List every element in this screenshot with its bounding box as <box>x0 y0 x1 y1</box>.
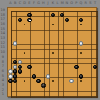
coord-label-top: D <box>23 2 27 6</box>
coord-label-top: L <box>56 2 60 6</box>
coord-label-top: K <box>51 2 55 6</box>
coord-label-left: 19 <box>0 9 6 13</box>
last-move-marker <box>29 20 31 22</box>
white-stone[interactable] <box>13 41 18 46</box>
coord-label-left: 9 <box>0 56 6 60</box>
black-stone[interactable] <box>74 65 79 70</box>
coord-label-top: M <box>60 2 64 6</box>
coord-label-top: S <box>88 2 92 6</box>
coord-label-top: Q <box>79 2 83 6</box>
coord-label-top: N <box>65 2 69 6</box>
black-stone[interactable] <box>27 18 32 23</box>
black-stone[interactable] <box>79 74 84 79</box>
coord-label-left: 13 <box>0 37 6 41</box>
black-stone[interactable] <box>41 83 46 88</box>
white-stone[interactable] <box>69 79 74 84</box>
coord-label-top: C <box>18 2 22 6</box>
black-stone[interactable] <box>27 13 32 18</box>
coord-label-top: E <box>27 2 31 6</box>
star-point <box>80 52 82 54</box>
coord-label-top: B <box>13 2 17 6</box>
coord-label-top: O <box>70 2 74 6</box>
coord-label-top: T <box>93 2 97 6</box>
coord-label-top: A <box>9 2 13 6</box>
white-stone[interactable] <box>46 74 51 79</box>
go-app-window: ABCDEFGHJKLMNOPQRST191817161514131211109… <box>0 0 100 100</box>
coord-label-left: 3 <box>0 84 6 88</box>
coord-label-top: H <box>41 2 45 6</box>
coord-label-top: P <box>74 2 78 6</box>
coord-label-top: R <box>84 2 88 6</box>
black-stone[interactable] <box>18 69 23 74</box>
star-point <box>52 80 54 82</box>
star-point <box>52 52 54 54</box>
coord-label-top: F <box>32 2 36 6</box>
coord-label-top: G <box>37 2 41 6</box>
coord-label-top: J <box>46 2 50 6</box>
coord-label-left: 1 <box>0 93 6 97</box>
black-stone[interactable] <box>32 74 37 79</box>
black-stone[interactable] <box>27 65 32 70</box>
coord-label-left: 16 <box>0 23 6 27</box>
white-stone[interactable] <box>79 41 84 46</box>
black-stone[interactable] <box>13 74 18 79</box>
star-point <box>80 80 82 82</box>
coord-label-left: 6 <box>0 70 6 74</box>
